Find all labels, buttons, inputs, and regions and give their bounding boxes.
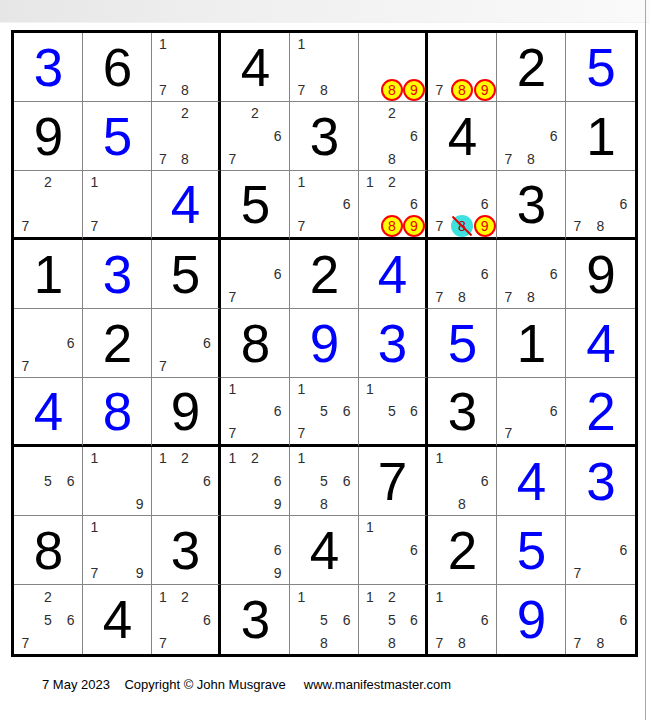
candidate-1: 1 xyxy=(366,520,374,534)
pencil-slot-2 xyxy=(381,33,403,56)
pencil-slot-6: 6 xyxy=(612,193,635,215)
pencil-slot-5 xyxy=(520,125,543,148)
pencil-slot-3 xyxy=(473,171,496,193)
pencil-slot-4 xyxy=(14,193,37,215)
pencil-slot-4 xyxy=(152,56,174,79)
cell-r3c1[interactable]: 27 xyxy=(14,171,83,240)
candidate-2: 2 xyxy=(44,590,52,604)
candidate-6: 6 xyxy=(274,543,282,557)
pencil-marks: 178 xyxy=(290,33,358,101)
pencil-marks: 2567 xyxy=(14,585,82,654)
pencil-slot-9 xyxy=(196,631,218,654)
pencil-slot-8: 8 xyxy=(313,78,336,101)
pencil-slot-6: 6 xyxy=(266,470,289,493)
pencil-slot-9 xyxy=(266,285,289,308)
pencil-marks: 12689 xyxy=(359,171,425,237)
pencil-slot-3 xyxy=(403,102,425,125)
given-digit: 4 xyxy=(290,516,358,584)
pencil-slot-5 xyxy=(244,400,267,422)
pencil-slot-9 xyxy=(403,561,425,584)
candidate-5: 5 xyxy=(320,474,328,488)
cell-r6c2[interactable]: 8 xyxy=(83,378,152,447)
cell-r6c8[interactable]: 67 xyxy=(497,378,566,447)
pencil-slot-8: 8 xyxy=(520,147,543,170)
pencil-slot-5 xyxy=(244,263,267,286)
candidate-1: 1 xyxy=(159,590,167,604)
pencil-slot-1: 1 xyxy=(359,378,381,400)
pencil-slot-9 xyxy=(196,354,218,377)
pencil-marks: 67 xyxy=(497,378,565,444)
pencil-slot-1: 1 xyxy=(290,378,313,400)
pencil-slot-3 xyxy=(403,33,425,56)
solved-digit: 9 xyxy=(290,309,358,377)
cell-r4c8[interactable]: 678 xyxy=(497,240,566,309)
pencil-marks: 1267 xyxy=(152,585,218,654)
pencil-slot-2: 2 xyxy=(174,447,196,470)
pencil-slot-4 xyxy=(359,125,381,148)
pencil-marks: 268 xyxy=(359,102,425,170)
candidate-6: 6 xyxy=(620,613,628,627)
pencil-slot-9 xyxy=(612,561,635,584)
cell-r9c7[interactable]: 1678 xyxy=(428,585,497,654)
cell-r8c9[interactable]: 67 xyxy=(566,516,635,585)
pencil-slot-6: 6 xyxy=(542,400,565,422)
pencil-slot-1 xyxy=(221,102,244,125)
pencil-slot-5 xyxy=(313,193,336,215)
pencil-slot-4 xyxy=(152,608,174,631)
candidate-7: 7 xyxy=(90,566,98,580)
cell-r7c1[interactable]: 56 xyxy=(14,447,83,516)
pencil-slot-3 xyxy=(59,309,82,332)
cell-r4c9[interactable]: 9 xyxy=(566,240,635,309)
cell-r5c8[interactable]: 1 xyxy=(497,309,566,378)
pencil-slot-7: 7 xyxy=(152,147,174,170)
candidate-6: 6 xyxy=(550,404,558,418)
pencil-slot-8 xyxy=(244,422,267,444)
pencil-slot-2 xyxy=(451,171,474,193)
cell-r7c7[interactable]: 168 xyxy=(428,447,497,516)
pencil-slot-2 xyxy=(37,447,60,470)
cell-r1c1[interactable]: 3 xyxy=(14,33,83,102)
cell-r8c2[interactable]: 179 xyxy=(83,516,152,585)
cell-r4c3[interactable]: 5 xyxy=(152,240,221,309)
candidate-6: 6 xyxy=(343,474,351,488)
pencil-slot-4 xyxy=(566,193,589,215)
cell-r8c8[interactable]: 5 xyxy=(497,516,566,585)
pencil-slot-7 xyxy=(14,492,37,515)
cell-r7c3[interactable]: 126 xyxy=(152,447,221,516)
pencil-slot-6: 6 xyxy=(196,332,218,355)
pencil-slot-1: 1 xyxy=(428,585,451,608)
pencil-slot-5 xyxy=(106,193,129,215)
candidate-8: 8 xyxy=(527,290,535,304)
pencil-marks: 1567 xyxy=(290,378,358,444)
pencil-slot-9: 9 xyxy=(403,78,425,101)
pencil-slot-3 xyxy=(128,171,151,193)
pencil-marks: 1269 xyxy=(221,447,289,515)
cell-r3c8[interactable]: 3 xyxy=(497,171,566,240)
cell-r1c5[interactable]: 178 xyxy=(290,33,359,102)
pencil-slot-9 xyxy=(403,422,425,444)
cell-r9c9[interactable]: 678 xyxy=(566,585,635,654)
cell-r9c2[interactable]: 4 xyxy=(83,585,152,654)
cell-r2c6[interactable]: 268 xyxy=(359,102,428,171)
pencil-slot-6: 6 xyxy=(473,470,496,493)
candidate-8: 8 xyxy=(458,636,466,650)
pencil-slot-6: 6 xyxy=(266,263,289,286)
cell-r4c6[interactable]: 4 xyxy=(359,240,428,309)
candidate-7: 7 xyxy=(159,83,167,97)
cell-r9c4[interactable]: 3 xyxy=(221,585,290,654)
pencil-slot-2: 2 xyxy=(244,102,267,125)
cell-r3c3[interactable]: 4 xyxy=(152,171,221,240)
pencil-slot-6: 6 xyxy=(612,539,635,562)
candidate-6: 6 xyxy=(203,336,211,350)
cell-r1c2[interactable]: 6 xyxy=(83,33,152,102)
cell-r5c2[interactable]: 2 xyxy=(83,309,152,378)
cell-r2c2[interactable]: 5 xyxy=(83,102,152,171)
candidate-6: 6 xyxy=(620,543,628,557)
pencil-slot-1: 1 xyxy=(221,447,244,470)
pencil-slot-2 xyxy=(381,378,403,400)
candidate-6: 6 xyxy=(410,543,418,557)
given-digit: 4 xyxy=(428,102,496,170)
pencil-slot-9 xyxy=(59,492,82,515)
cell-r2c9[interactable]: 1 xyxy=(566,102,635,171)
cell-r4c5[interactable]: 2 xyxy=(290,240,359,309)
given-digit: 9 xyxy=(152,378,218,444)
given-digit: 3 xyxy=(221,585,289,654)
given-digit: 2 xyxy=(290,240,358,308)
pencil-slot-6: 6 xyxy=(542,263,565,286)
candidate-5: 5 xyxy=(44,613,52,627)
given-digit: 4 xyxy=(83,585,151,654)
pencil-slot-1 xyxy=(14,309,37,332)
cell-r7c4[interactable]: 1269 xyxy=(221,447,290,516)
pencil-slot-4 xyxy=(428,608,451,631)
pencil-slot-6: 6 xyxy=(473,263,496,286)
cell-r9c3[interactable]: 1267 xyxy=(152,585,221,654)
pencil-slot-3 xyxy=(196,309,218,332)
pencil-slot-8: 8 xyxy=(313,631,336,654)
pencil-slot-8 xyxy=(37,631,60,654)
pencil-slot-7 xyxy=(359,561,381,584)
cell-r2c4[interactable]: 267 xyxy=(221,102,290,171)
pencil-slot-1 xyxy=(359,102,381,125)
candidate-7: 7 xyxy=(297,426,305,440)
cell-r5c7[interactable]: 5 xyxy=(428,309,497,378)
cell-r8c3[interactable]: 3 xyxy=(152,516,221,585)
pencil-slot-1: 1 xyxy=(152,585,174,608)
pencil-slot-6 xyxy=(128,470,151,493)
pencil-slot-6: 6 xyxy=(403,400,425,422)
pencil-slot-9 xyxy=(266,147,289,170)
given-digit: 3 xyxy=(152,516,218,584)
solved-digit: 8 xyxy=(83,378,151,444)
pencil-slot-6 xyxy=(128,193,151,215)
cell-r5c1[interactable]: 67 xyxy=(14,309,83,378)
pencil-slot-9 xyxy=(266,422,289,444)
pencil-slot-8 xyxy=(589,561,612,584)
candidate-7: 7 xyxy=(228,290,236,304)
cell-r2c3[interactable]: 278 xyxy=(152,102,221,171)
pencil-slot-8 xyxy=(313,215,336,237)
pencil-marks: 168 xyxy=(428,447,496,515)
pencil-slot-2 xyxy=(451,33,474,56)
cell-r1c3[interactable]: 178 xyxy=(152,33,221,102)
pencil-slot-6: 6 xyxy=(473,608,496,631)
pencil-slot-9 xyxy=(59,354,82,377)
pencil-slot-7 xyxy=(359,78,381,101)
given-digit: 6 xyxy=(83,33,151,101)
pencil-slot-2 xyxy=(174,309,196,332)
pencil-slot-4 xyxy=(221,400,244,422)
cell-r3c2[interactable]: 17 xyxy=(83,171,152,240)
pencil-marks: 19 xyxy=(83,447,151,515)
given-digit: 1 xyxy=(497,309,565,377)
candidate-6: 6 xyxy=(481,474,489,488)
pencil-slot-1 xyxy=(428,240,451,263)
candidate-5: 5 xyxy=(44,474,52,488)
cell-r3c7[interactable]: 6789 xyxy=(428,171,497,240)
cell-r2c8[interactable]: 678 xyxy=(497,102,566,171)
pencil-slot-7: 7 xyxy=(290,78,313,101)
pencil-slot-6: 6 xyxy=(196,470,218,493)
cell-r9c5[interactable]: 1568 xyxy=(290,585,359,654)
pencil-slot-8 xyxy=(37,215,60,237)
pencil-slot-6: 6 xyxy=(335,400,358,422)
candidate-2: 2 xyxy=(388,175,396,189)
cell-r6c5[interactable]: 1567 xyxy=(290,378,359,447)
pencil-slot-9: 9 xyxy=(128,561,151,584)
pencil-slot-3 xyxy=(403,585,425,608)
cell-r5c3[interactable]: 67 xyxy=(152,309,221,378)
pencil-slot-5 xyxy=(451,470,474,493)
pencil-slot-9: 9 xyxy=(128,492,151,515)
pencil-marks: 267 xyxy=(221,102,289,170)
cell-r2c7[interactable]: 4 xyxy=(428,102,497,171)
candidate-8: 8 xyxy=(320,83,328,97)
cell-r5c5[interactable]: 9 xyxy=(290,309,359,378)
pencil-slot-1: 1 xyxy=(359,516,381,539)
pencil-slot-4 xyxy=(497,125,520,148)
pencil-slot-8: 8 xyxy=(451,78,474,101)
candidate-7: 7 xyxy=(159,636,167,650)
pencil-marks: 178 xyxy=(152,33,218,101)
pencil-slot-3 xyxy=(542,378,565,400)
pencil-slot-2: 2 xyxy=(174,585,196,608)
pencil-slot-5 xyxy=(381,539,403,562)
candidate-9-yellow-circle: 9 xyxy=(403,215,425,237)
cell-r8c1[interactable]: 8 xyxy=(14,516,83,585)
pencil-slot-4 xyxy=(221,470,244,493)
cell-r9c8[interactable]: 9 xyxy=(497,585,566,654)
cell-r5c6[interactable]: 3 xyxy=(359,309,428,378)
candidate-1: 1 xyxy=(90,520,98,534)
candidate-6: 6 xyxy=(481,197,489,211)
candidate-8-yellow-circle: 8 xyxy=(451,79,473,101)
candidate-7: 7 xyxy=(297,219,305,233)
pencil-slot-8 xyxy=(520,422,543,444)
pencil-slot-8: 8 xyxy=(451,285,474,308)
cell-r3c5[interactable]: 167 xyxy=(290,171,359,240)
pencil-slot-4 xyxy=(152,125,174,148)
cell-r7c5[interactable]: 1568 xyxy=(290,447,359,516)
pencil-slot-8: 8 xyxy=(174,147,196,170)
candidate-5: 5 xyxy=(388,613,396,627)
cell-r6c4[interactable]: 167 xyxy=(221,378,290,447)
cell-r1c8[interactable]: 2 xyxy=(497,33,566,102)
pencil-slot-2: 2 xyxy=(381,171,403,193)
pencil-marks: 678 xyxy=(566,171,635,237)
cell-r1c6[interactable]: 89 xyxy=(359,33,428,102)
pencil-slot-5 xyxy=(174,332,196,355)
pencil-slot-6: 6 xyxy=(403,539,425,562)
cell-r3c6[interactable]: 12689 xyxy=(359,171,428,240)
pencil-slot-9 xyxy=(403,631,425,654)
pencil-slot-4 xyxy=(359,400,381,422)
cell-r3c9[interactable]: 678 xyxy=(566,171,635,240)
candidate-8: 8 xyxy=(388,636,396,650)
cell-r7c8[interactable]: 4 xyxy=(497,447,566,516)
cell-r9c6[interactable]: 12568 xyxy=(359,585,428,654)
pencil-slot-7: 7 xyxy=(83,561,106,584)
cell-r6c9[interactable]: 2 xyxy=(566,378,635,447)
cell-r6c3[interactable]: 9 xyxy=(152,378,221,447)
candidate-2: 2 xyxy=(388,590,396,604)
candidate-7: 7 xyxy=(435,636,443,650)
candidate-1: 1 xyxy=(297,382,305,396)
pencil-slot-2: 2 xyxy=(174,102,196,125)
pencil-slot-6: 6 xyxy=(59,470,82,493)
cell-r3c4[interactable]: 5 xyxy=(221,171,290,240)
cell-r8c7[interactable]: 2 xyxy=(428,516,497,585)
cell-r4c1[interactable]: 1 xyxy=(14,240,83,309)
cell-r8c4[interactable]: 69 xyxy=(221,516,290,585)
pencil-slot-3 xyxy=(335,33,358,56)
cell-r2c5[interactable]: 3 xyxy=(290,102,359,171)
solved-digit: 5 xyxy=(83,102,151,170)
cell-r1c9[interactable]: 5 xyxy=(566,33,635,102)
candidate-7: 7 xyxy=(90,219,98,233)
cell-r4c4[interactable]: 67 xyxy=(221,240,290,309)
pencil-slot-7: 7 xyxy=(566,631,589,654)
given-digit: 3 xyxy=(497,171,565,237)
pencil-slot-9 xyxy=(59,215,82,237)
candidate-1: 1 xyxy=(297,175,305,189)
cell-r5c4[interactable]: 8 xyxy=(221,309,290,378)
pencil-slot-4 xyxy=(83,193,106,215)
cell-r9c1[interactable]: 2567 xyxy=(14,585,83,654)
cell-r7c2[interactable]: 19 xyxy=(83,447,152,516)
given-digit: 4 xyxy=(221,33,289,101)
pencil-slot-9 xyxy=(335,422,358,444)
candidate-1: 1 xyxy=(90,451,98,465)
cell-r8c5[interactable]: 4 xyxy=(290,516,359,585)
pencil-slot-8 xyxy=(37,492,60,515)
pencil-slot-8 xyxy=(381,422,403,444)
solved-digit: 4 xyxy=(152,171,218,237)
window-edge xyxy=(645,0,646,720)
candidate-5: 5 xyxy=(320,613,328,627)
pencil-slot-7 xyxy=(359,422,381,444)
pencil-slot-1 xyxy=(221,240,244,263)
cell-r7c9[interactable]: 3 xyxy=(566,447,635,516)
candidate-7: 7 xyxy=(504,290,512,304)
pencil-slot-1: 1 xyxy=(83,447,106,470)
cell-r8c6[interactable]: 16 xyxy=(359,516,428,585)
pencil-slot-2: 2 xyxy=(37,585,60,608)
pencil-slot-6: 6 xyxy=(59,608,82,631)
cell-r6c7[interactable]: 3 xyxy=(428,378,497,447)
pencil-slot-4 xyxy=(221,539,244,562)
pencil-slot-8 xyxy=(244,147,267,170)
pencil-slot-4 xyxy=(359,539,381,562)
solved-digit: 3 xyxy=(566,447,635,515)
pencil-marks: 678 xyxy=(497,240,565,308)
pencil-slot-7: 7 xyxy=(221,422,244,444)
candidate-1: 1 xyxy=(435,590,443,604)
cell-r7c6[interactable]: 7 xyxy=(359,447,428,516)
pencil-slot-2 xyxy=(106,447,129,470)
cell-r4c7[interactable]: 678 xyxy=(428,240,497,309)
candidate-9-yellow-circle: 9 xyxy=(474,79,496,101)
candidate-6: 6 xyxy=(274,267,282,281)
pencil-slot-6: 6 xyxy=(59,332,82,355)
pencil-slot-4 xyxy=(428,470,451,493)
candidate-9: 9 xyxy=(136,566,144,580)
pencil-slot-5: 5 xyxy=(37,470,60,493)
candidate-1: 1 xyxy=(159,451,167,465)
pencil-marks: 678 xyxy=(428,240,496,308)
candidate-1: 1 xyxy=(366,590,374,604)
pencil-slot-6: 6 xyxy=(403,193,425,215)
pencil-slot-4 xyxy=(566,608,589,631)
pencil-slot-4 xyxy=(83,539,106,562)
pencil-slot-8 xyxy=(244,561,267,584)
candidate-6: 6 xyxy=(620,197,628,211)
pencil-slot-7: 7 xyxy=(14,215,37,237)
cell-r4c2[interactable]: 3 xyxy=(83,240,152,309)
pencil-slot-8 xyxy=(381,561,403,584)
pencil-slot-4 xyxy=(428,193,451,215)
pencil-slot-9: 9 xyxy=(266,492,289,515)
given-digit: 2 xyxy=(497,33,565,101)
pencil-slot-9 xyxy=(196,147,218,170)
pencil-slot-9 xyxy=(335,631,358,654)
candidate-9: 9 xyxy=(274,566,282,580)
pencil-slot-1 xyxy=(497,240,520,263)
candidate-7: 7 xyxy=(435,83,443,97)
cell-r6c1[interactable]: 4 xyxy=(14,378,83,447)
pencil-slot-6: 6 xyxy=(335,470,358,493)
cell-r2c1[interactable]: 9 xyxy=(14,102,83,171)
cell-r1c7[interactable]: 789 xyxy=(428,33,497,102)
candidate-1: 1 xyxy=(228,451,236,465)
candidate-7: 7 xyxy=(228,152,236,166)
pencil-slot-4 xyxy=(221,263,244,286)
pencil-slot-5 xyxy=(589,193,612,215)
candidate-6: 6 xyxy=(481,267,489,281)
candidate-6: 6 xyxy=(67,336,75,350)
cell-r6c6[interactable]: 156 xyxy=(359,378,428,447)
cell-r5c9[interactable]: 4 xyxy=(566,309,635,378)
candidate-9-yellow-circle: 9 xyxy=(474,215,496,237)
cell-r1c4[interactable]: 4 xyxy=(221,33,290,102)
pencil-slot-2 xyxy=(313,33,336,56)
pencil-slot-5 xyxy=(381,193,403,215)
pencil-slot-2 xyxy=(589,585,612,608)
